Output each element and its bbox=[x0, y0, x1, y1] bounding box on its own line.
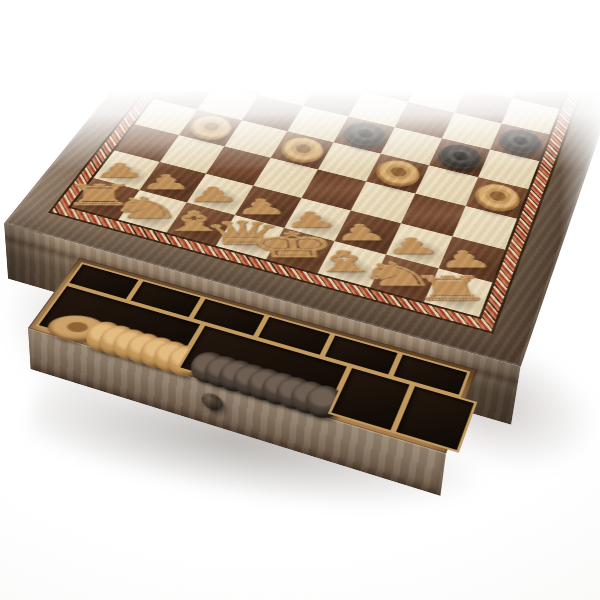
piece-wP-e2[interactable]: ♟ bbox=[252, 190, 368, 230]
piece-wP-d2[interactable]: ♟ bbox=[205, 178, 318, 217]
piece-wR-h1[interactable]: ♜ bbox=[385, 259, 513, 304]
chess-piece-glyph: ♜ bbox=[406, 273, 496, 305]
piece-wP-b2[interactable]: ♟ bbox=[111, 154, 221, 192]
chess-piece-glyph: ♚ bbox=[247, 229, 339, 262]
square-c8 bbox=[290, 27, 347, 58]
chess-piece-glyph: ♟ bbox=[186, 185, 241, 204]
square-b5 bbox=[197, 85, 258, 120]
chess-piece-glyph: ♟ bbox=[331, 223, 391, 244]
square-g1 bbox=[370, 255, 438, 302]
scene-3d: ♟♟♟♟♟♟♟♟♜♞♝♚♛♝♞♜ bbox=[0, 0, 600, 600]
square-d6 bbox=[303, 82, 363, 117]
square-d3 bbox=[253, 158, 318, 198]
square-a8 bbox=[207, 9, 264, 39]
piece-shadow bbox=[437, 246, 502, 284]
piece-shadow bbox=[368, 264, 435, 303]
square-c7 bbox=[275, 49, 333, 82]
chess-piece-glyph: ♝ bbox=[306, 248, 384, 276]
checker-light-b4[interactable] bbox=[184, 112, 238, 144]
square-c2 bbox=[187, 174, 254, 215]
square-h4 bbox=[466, 177, 529, 219]
piece-shadow bbox=[138, 170, 201, 203]
chess-piece-glyph: ♛ bbox=[200, 217, 285, 248]
checker-dark-h6[interactable] bbox=[494, 126, 545, 158]
square-b2 bbox=[140, 162, 206, 202]
square-a2 bbox=[93, 150, 159, 190]
square-h5 bbox=[478, 150, 539, 190]
product-photo-canvas: ♟♟♟♟♟♟♟♟♜♞♝♚♛♝♞♜ bbox=[0, 0, 600, 600]
square-c4 bbox=[224, 120, 287, 158]
chess-cabinet: ♟♟♟♟♟♟♟♟♜♞♝♚♛♝♞♜ bbox=[4, 0, 600, 367]
square-e6 bbox=[349, 92, 409, 128]
piece-wN-g1[interactable]: ♞ bbox=[334, 246, 459, 290]
square-c3 bbox=[206, 146, 271, 185]
piece-wP-g2[interactable]: ♟ bbox=[350, 215, 472, 257]
piece-wK-e1[interactable]: ♚ bbox=[234, 219, 352, 261]
square-b6 bbox=[215, 62, 275, 96]
checker-light-f4[interactable] bbox=[371, 156, 425, 190]
piece-shadow bbox=[264, 237, 330, 274]
checker-dark-g5[interactable] bbox=[433, 141, 485, 174]
square-d2 bbox=[235, 186, 302, 228]
chess-piece-glyph: ♜ bbox=[59, 182, 137, 209]
square-h3 bbox=[452, 206, 517, 250]
piece-shadow bbox=[214, 224, 280, 260]
square-g8 bbox=[466, 65, 523, 99]
piece-shadow bbox=[92, 158, 155, 191]
square-a4 bbox=[135, 99, 198, 135]
chess-piece-glyph: ♟ bbox=[233, 197, 290, 217]
piece-shadow bbox=[117, 199, 182, 234]
square-e3 bbox=[302, 169, 367, 210]
piece-shadow bbox=[185, 182, 249, 216]
square-g4 bbox=[415, 165, 478, 206]
chess-piece-glyph: ♝ bbox=[158, 209, 230, 235]
square-c6 bbox=[259, 72, 319, 106]
square-b8 bbox=[248, 18, 305, 49]
square-d4 bbox=[271, 131, 334, 169]
checker-light-h4[interactable] bbox=[470, 180, 524, 216]
square-d8 bbox=[333, 36, 390, 68]
square-f4 bbox=[366, 154, 429, 194]
piece-wQ-d1[interactable]: ♛ bbox=[185, 207, 300, 248]
piece-wP-a2[interactable]: ♟ bbox=[65, 143, 174, 180]
piece-shadow bbox=[333, 220, 398, 256]
square-f1 bbox=[318, 241, 386, 287]
piece-shadow bbox=[165, 211, 230, 247]
piece-shadow bbox=[316, 251, 383, 289]
square-a6 bbox=[172, 52, 232, 85]
piece-wB-f1[interactable]: ♝ bbox=[283, 232, 405, 275]
square-e4 bbox=[318, 142, 381, 181]
piece-wP-c2[interactable]: ♟ bbox=[158, 166, 269, 205]
piece-wP-f2[interactable]: ♟ bbox=[301, 202, 420, 243]
piece-wP-h2[interactable]: ♟ bbox=[401, 228, 526, 271]
square-a5 bbox=[154, 75, 215, 109]
chess-piece-glyph: ♟ bbox=[382, 236, 443, 257]
drawer-knob[interactable] bbox=[202, 391, 223, 412]
piece-wR-a1[interactable]: ♜ bbox=[42, 170, 154, 209]
square-e8 bbox=[376, 45, 433, 78]
piece-shadow bbox=[422, 278, 489, 318]
square-b7 bbox=[232, 39, 290, 71]
square-d5 bbox=[287, 106, 348, 143]
chess-piece-glyph: ♞ bbox=[106, 194, 184, 222]
piece-shadow bbox=[70, 186, 135, 220]
square-h1 bbox=[424, 268, 492, 317]
chess-piece-glyph: ♞ bbox=[353, 259, 440, 290]
square-b1 bbox=[118, 190, 186, 233]
square-e1 bbox=[266, 228, 334, 273]
square-g5 bbox=[429, 138, 490, 177]
square-h8 bbox=[512, 74, 569, 108]
square-h6 bbox=[490, 123, 549, 161]
square-e7 bbox=[363, 68, 421, 102]
square-e5 bbox=[334, 116, 395, 153]
square-g2 bbox=[386, 223, 452, 268]
square-d1 bbox=[216, 215, 284, 259]
square-a1 bbox=[71, 178, 139, 220]
square-c5 bbox=[242, 95, 303, 131]
square-f6 bbox=[395, 102, 455, 138]
square-f8 bbox=[421, 55, 478, 88]
drawer-cell-front-4 bbox=[396, 386, 474, 450]
piece-wB-c1[interactable]: ♝ bbox=[137, 194, 251, 235]
square-d7 bbox=[318, 58, 376, 91]
square-b4 bbox=[179, 110, 242, 147]
chess-piece-glyph: ♟ bbox=[433, 249, 496, 271]
square-b3 bbox=[160, 135, 225, 174]
square-a3 bbox=[114, 124, 179, 162]
square-f5 bbox=[381, 127, 442, 165]
square-f3 bbox=[351, 181, 416, 223]
square-h2 bbox=[439, 236, 505, 282]
square-e2 bbox=[284, 198, 351, 241]
square-g7 bbox=[454, 88, 512, 123]
piece-shadow bbox=[283, 207, 347, 242]
square-h7 bbox=[502, 98, 560, 134]
chess-piece-glyph: ♟ bbox=[282, 210, 340, 230]
piece-shadow bbox=[233, 194, 297, 229]
square-g6 bbox=[442, 113, 502, 150]
square-g3 bbox=[401, 194, 466, 237]
checker-dark-e5[interactable] bbox=[338, 119, 390, 151]
chess-piece-glyph: ♟ bbox=[139, 173, 194, 192]
square-f7 bbox=[408, 78, 466, 113]
piece-shadow bbox=[384, 233, 449, 270]
square-f2 bbox=[335, 211, 401, 255]
checker-light-d4[interactable] bbox=[275, 134, 329, 167]
square-a7 bbox=[190, 30, 248, 62]
square-c1 bbox=[167, 202, 235, 245]
piece-wN-b1[interactable]: ♞ bbox=[89, 182, 201, 222]
chess-piece-glyph: ♟ bbox=[92, 161, 146, 180]
